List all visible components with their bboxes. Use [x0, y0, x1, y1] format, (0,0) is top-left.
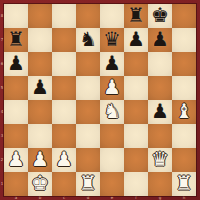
square-c3[interactable] [52, 124, 76, 148]
square-e8[interactable] [100, 4, 124, 28]
chess-board: ♜♚♜♞♛♟♟♟♟♟♟♞♟♝♟♟♟♛♚♜♜ [4, 4, 196, 196]
square-b2[interactable]: ♟ [28, 148, 52, 172]
square-b7[interactable] [28, 28, 52, 52]
black-pawn[interactable]: ♟ [28, 76, 52, 100]
square-f3[interactable] [124, 124, 148, 148]
black-pawn[interactable]: ♟ [148, 100, 172, 124]
square-h5[interactable] [172, 76, 196, 100]
square-c4[interactable] [52, 100, 76, 124]
chess-board-frame: 87654321 abcdefgh ♜♚♜♞♛♟♟♟♟♟♟♞♟♝♟♟♟♛♚♜♜ [0, 0, 200, 200]
white-rook[interactable]: ♜ [172, 172, 196, 196]
square-g2[interactable]: ♛ [148, 148, 172, 172]
square-a8[interactable] [4, 4, 28, 28]
square-h2[interactable] [172, 148, 196, 172]
square-e6[interactable]: ♟ [100, 52, 124, 76]
square-b4[interactable] [28, 100, 52, 124]
square-b5[interactable]: ♟ [28, 76, 52, 100]
square-e2[interactable] [100, 148, 124, 172]
square-g7[interactable]: ♟ [148, 28, 172, 52]
white-pawn[interactable]: ♟ [4, 148, 28, 172]
square-f2[interactable] [124, 148, 148, 172]
square-e3[interactable] [100, 124, 124, 148]
square-e1[interactable] [100, 172, 124, 196]
black-pawn[interactable]: ♟ [4, 52, 28, 76]
square-c1[interactable] [52, 172, 76, 196]
square-e7[interactable]: ♛ [100, 28, 124, 52]
white-rook[interactable]: ♜ [76, 172, 100, 196]
square-h6[interactable] [172, 52, 196, 76]
white-king[interactable]: ♚ [28, 172, 52, 196]
square-e5[interactable]: ♟ [100, 76, 124, 100]
square-e4[interactable]: ♞ [100, 100, 124, 124]
square-f5[interactable] [124, 76, 148, 100]
square-a6[interactable]: ♟ [4, 52, 28, 76]
square-f1[interactable] [124, 172, 148, 196]
black-pawn[interactable]: ♟ [100, 52, 124, 76]
square-d1[interactable]: ♜ [76, 172, 100, 196]
square-c8[interactable] [52, 4, 76, 28]
square-f8[interactable]: ♜ [124, 4, 148, 28]
square-g4[interactable]: ♟ [148, 100, 172, 124]
black-rook[interactable]: ♜ [4, 28, 28, 52]
square-g5[interactable] [148, 76, 172, 100]
square-b6[interactable] [28, 52, 52, 76]
square-a3[interactable] [4, 124, 28, 148]
black-knight[interactable]: ♞ [76, 28, 100, 52]
square-a1[interactable] [4, 172, 28, 196]
square-c2[interactable]: ♟ [52, 148, 76, 172]
square-d2[interactable] [76, 148, 100, 172]
square-d8[interactable] [76, 4, 100, 28]
square-d7[interactable]: ♞ [76, 28, 100, 52]
white-knight[interactable]: ♞ [100, 100, 124, 124]
square-c7[interactable] [52, 28, 76, 52]
black-king[interactable]: ♚ [148, 4, 172, 28]
square-h8[interactable] [172, 4, 196, 28]
square-f7[interactable]: ♟ [124, 28, 148, 52]
square-f4[interactable] [124, 100, 148, 124]
black-rook[interactable]: ♜ [124, 4, 148, 28]
square-g1[interactable] [148, 172, 172, 196]
white-pawn[interactable]: ♟ [52, 148, 76, 172]
square-d4[interactable] [76, 100, 100, 124]
white-pawn[interactable]: ♟ [28, 148, 52, 172]
white-bishop[interactable]: ♝ [172, 100, 196, 124]
square-h7[interactable] [172, 28, 196, 52]
black-pawn[interactable]: ♟ [148, 28, 172, 52]
square-d6[interactable] [76, 52, 100, 76]
square-d3[interactable] [76, 124, 100, 148]
square-c6[interactable] [52, 52, 76, 76]
square-g8[interactable]: ♚ [148, 4, 172, 28]
white-pawn[interactable]: ♟ [100, 76, 124, 100]
square-g6[interactable] [148, 52, 172, 76]
square-f6[interactable] [124, 52, 148, 76]
black-pawn[interactable]: ♟ [124, 28, 148, 52]
black-queen[interactable]: ♛ [100, 28, 124, 52]
square-b8[interactable] [28, 4, 52, 28]
square-b3[interactable] [28, 124, 52, 148]
square-g3[interactable] [148, 124, 172, 148]
square-a5[interactable] [4, 76, 28, 100]
square-b1[interactable]: ♚ [28, 172, 52, 196]
square-h4[interactable]: ♝ [172, 100, 196, 124]
square-d5[interactable] [76, 76, 100, 100]
white-queen[interactable]: ♛ [148, 148, 172, 172]
square-h1[interactable]: ♜ [172, 172, 196, 196]
square-c5[interactable] [52, 76, 76, 100]
square-a2[interactable]: ♟ [4, 148, 28, 172]
square-a7[interactable]: ♜ [4, 28, 28, 52]
square-a4[interactable] [4, 100, 28, 124]
square-h3[interactable] [172, 124, 196, 148]
